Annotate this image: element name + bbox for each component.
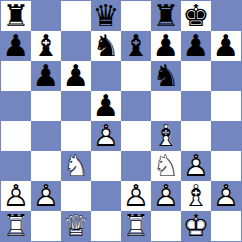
white-pawn-piece: ♙ <box>121 181 151 211</box>
white-pawn-piece-fill: ♟ <box>122 182 151 211</box>
white-rook-piece: ♖ <box>121 211 151 241</box>
square-a6[interactable] <box>1 61 31 91</box>
square-b3[interactable] <box>31 151 61 181</box>
square-f2[interactable]: ♟♙ <box>151 181 181 211</box>
square-a2[interactable]: ♟♙ <box>1 181 31 211</box>
square-a3[interactable] <box>1 151 31 181</box>
white-bishop-piece: ♗ <box>181 181 211 211</box>
square-f8[interactable]: ♜ <box>151 1 181 31</box>
square-a7[interactable]: ♟ <box>1 31 31 61</box>
square-c6[interactable]: ♟ <box>61 61 91 91</box>
white-rook-piece-fill: ♜ <box>122 212 151 241</box>
black-pawn-piece: ♟ <box>91 91 121 121</box>
square-h7[interactable]: ♟ <box>211 31 241 61</box>
square-d6[interactable] <box>91 61 121 91</box>
square-e8[interactable] <box>121 1 151 31</box>
black-pawn-piece: ♟ <box>31 61 61 91</box>
square-g5[interactable] <box>181 91 211 121</box>
square-h3[interactable] <box>211 151 241 181</box>
black-king-piece: ♚ <box>181 1 211 31</box>
square-g3[interactable]: ♟♙ <box>181 151 211 181</box>
square-g2[interactable]: ♝♗ <box>181 181 211 211</box>
square-c1[interactable]: ♛♕ <box>61 211 91 241</box>
square-a4[interactable] <box>1 121 31 151</box>
white-knight-piece: ♘ <box>61 151 91 181</box>
square-f1[interactable] <box>151 211 181 241</box>
white-king-piece-fill: ♚ <box>182 212 211 241</box>
white-rook-piece-fill: ♜ <box>2 212 31 241</box>
square-c7[interactable] <box>61 31 91 61</box>
square-d3[interactable] <box>91 151 121 181</box>
square-b7[interactable]: ♝ <box>31 31 61 61</box>
white-knight-piece: ♘ <box>151 151 181 181</box>
square-g4[interactable] <box>181 121 211 151</box>
square-c2[interactable] <box>61 181 91 211</box>
square-g6[interactable] <box>181 61 211 91</box>
white-pawn-piece-fill: ♟ <box>182 152 211 181</box>
white-bishop-piece-fill: ♝ <box>182 182 211 211</box>
white-pawn-piece: ♙ <box>91 121 121 151</box>
square-h1[interactable] <box>211 211 241 241</box>
square-a5[interactable] <box>1 91 31 121</box>
square-d5[interactable]: ♟ <box>91 91 121 121</box>
square-b5[interactable] <box>31 91 61 121</box>
chess-board: ♜♛♜♚♟♝♞♝♟♟♟♟♟♞♟♟♙♝♗♞♘♞♘♟♙♟♙♟♙♟♙♟♙♝♗♟♙♜♖♛… <box>0 0 242 242</box>
square-e4[interactable] <box>121 121 151 151</box>
black-pawn-piece: ♟ <box>61 61 91 91</box>
white-pawn-piece: ♙ <box>211 181 241 211</box>
square-b1[interactable] <box>31 211 61 241</box>
square-d2[interactable] <box>91 181 121 211</box>
white-pawn-piece-fill: ♟ <box>212 182 241 211</box>
square-b2[interactable]: ♟♙ <box>31 181 61 211</box>
black-pawn-piece: ♟ <box>211 31 241 61</box>
white-queen-piece: ♕ <box>61 211 91 241</box>
square-g7[interactable]: ♟ <box>181 31 211 61</box>
white-pawn-piece-fill: ♟ <box>2 182 31 211</box>
black-rook-piece: ♜ <box>151 1 181 31</box>
square-a8[interactable]: ♜ <box>1 1 31 31</box>
black-pawn-piece: ♟ <box>181 31 211 61</box>
square-f4[interactable]: ♝♗ <box>151 121 181 151</box>
square-c3[interactable]: ♞♘ <box>61 151 91 181</box>
square-d1[interactable] <box>91 211 121 241</box>
square-h4[interactable] <box>211 121 241 151</box>
white-queen-piece-fill: ♛ <box>62 212 91 241</box>
square-f6[interactable]: ♞ <box>151 61 181 91</box>
white-king-piece: ♔ <box>181 211 211 241</box>
white-knight-piece-fill: ♞ <box>62 152 91 181</box>
white-knight-piece-fill: ♞ <box>152 152 181 181</box>
square-e2[interactable]: ♟♙ <box>121 181 151 211</box>
white-pawn-piece-fill: ♟ <box>32 182 61 211</box>
white-pawn-piece: ♙ <box>31 181 61 211</box>
square-g8[interactable]: ♚ <box>181 1 211 31</box>
square-b6[interactable]: ♟ <box>31 61 61 91</box>
square-e1[interactable]: ♜♖ <box>121 211 151 241</box>
black-bishop-piece: ♝ <box>121 31 151 61</box>
square-h6[interactable] <box>211 61 241 91</box>
square-c8[interactable] <box>61 1 91 31</box>
square-a1[interactable]: ♜♖ <box>1 211 31 241</box>
black-pawn-piece: ♟ <box>1 31 31 61</box>
white-bishop-piece-fill: ♝ <box>152 122 181 151</box>
black-knight-piece: ♞ <box>91 31 121 61</box>
square-f3[interactable]: ♞♘ <box>151 151 181 181</box>
square-b8[interactable] <box>31 1 61 31</box>
white-pawn-piece-fill: ♟ <box>152 182 181 211</box>
black-rook-piece: ♜ <box>1 1 31 31</box>
square-e6[interactable] <box>121 61 151 91</box>
white-pawn-piece: ♙ <box>1 181 31 211</box>
black-pawn-piece: ♟ <box>151 31 181 61</box>
square-h5[interactable] <box>211 91 241 121</box>
square-d7[interactable]: ♞ <box>91 31 121 61</box>
square-g1[interactable]: ♚♔ <box>181 211 211 241</box>
white-pawn-piece: ♙ <box>151 181 181 211</box>
white-pawn-piece-fill: ♟ <box>92 122 121 151</box>
square-f7[interactable]: ♟ <box>151 31 181 61</box>
white-pawn-piece: ♙ <box>181 151 211 181</box>
black-queen-piece: ♛ <box>91 1 121 31</box>
square-f5[interactable] <box>151 91 181 121</box>
square-c4[interactable] <box>61 121 91 151</box>
square-e3[interactable] <box>121 151 151 181</box>
square-d8[interactable]: ♛ <box>91 1 121 31</box>
square-e5[interactable] <box>121 91 151 121</box>
black-bishop-piece: ♝ <box>31 31 61 61</box>
square-h2[interactable]: ♟♙ <box>211 181 241 211</box>
square-h8[interactable] <box>211 1 241 31</box>
white-rook-piece: ♖ <box>1 211 31 241</box>
square-c5[interactable] <box>61 91 91 121</box>
square-e7[interactable]: ♝ <box>121 31 151 61</box>
white-bishop-piece: ♗ <box>151 121 181 151</box>
square-b4[interactable] <box>31 121 61 151</box>
square-d4[interactable]: ♟♙ <box>91 121 121 151</box>
black-knight-piece: ♞ <box>151 61 181 91</box>
